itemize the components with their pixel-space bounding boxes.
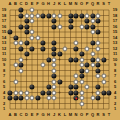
right-coordinate-label: 2 [114,102,116,106]
top-coordinate-label: D [25,2,28,6]
bottom-coordinate-label: K [58,113,61,117]
bottom-coordinate-label: H [47,113,50,117]
top-coordinate-label: C [20,2,23,6]
right-coordinate-label: 19 [113,8,117,12]
left-coordinate-label: 7 [3,74,5,78]
bottom-coordinate-label: R [97,113,100,117]
top-coordinate-label: S [102,2,105,6]
right-coordinate-label: 4 [114,91,116,95]
bottom-coordinate-label: C [20,113,23,117]
star-point [26,59,28,61]
top-coordinate-label: N [75,2,78,6]
last-move-marker [75,97,77,99]
bottom-coordinate-label: T [108,113,110,117]
star-point [92,92,94,94]
bottom-coordinate-label: Q [91,113,94,117]
left-coordinate-label: 9 [3,63,5,67]
left-coordinate-label: 8 [3,69,5,73]
bottom-coordinate-label: L [64,113,66,117]
left-coordinate-label: 6 [3,80,5,84]
right-coordinate-label: 17 [113,19,117,23]
bottom-coordinate-label: F [36,113,38,117]
top-coordinate-label: G [41,2,44,6]
top-coordinate-label: L [64,2,66,6]
left-coordinate-label: 1 [3,107,5,111]
left-coordinate-label: 11 [2,52,6,56]
left-coordinate-label: 18 [2,14,6,18]
right-coordinate-label: 11 [113,52,117,56]
right-coordinate-label: 10 [113,58,117,62]
left-coordinate-label: 14 [2,36,6,40]
left-coordinate-label: 17 [2,19,6,23]
left-coordinate-label: 10 [2,58,6,62]
right-coordinate-label: 7 [114,74,116,78]
bottom-coordinate-label: A [9,113,12,117]
left-coordinate-label: 4 [3,91,5,95]
left-coordinate-label: 12 [2,47,6,51]
top-coordinate-label: P [86,2,89,6]
top-coordinate-label: K [58,2,61,6]
bottom-coordinate-label: G [41,113,44,117]
top-coordinate-label: F [36,2,38,6]
top-coordinate-label: Q [91,2,94,6]
top-coordinate-label: H [47,2,50,6]
bottom-coordinate-label: B [14,113,17,117]
bottom-coordinate-label: E [31,113,34,117]
bottom-coordinate-label: P [86,113,89,117]
bottom-coordinate-label: O [80,113,83,117]
right-coordinate-label: 16 [113,25,117,29]
bottom-coordinate-label: D [25,113,28,117]
right-coordinate-label: 14 [113,36,117,40]
right-coordinate-label: 1 [114,107,116,111]
bottom-coordinate-label: N [75,113,78,117]
bottom-coordinate-label: M [69,113,72,117]
right-coordinate-label: 6 [114,80,116,84]
right-coordinate-label: 9 [114,63,116,67]
right-coordinate-label: 18 [113,14,117,18]
star-point [59,92,61,94]
right-coordinate-label: 13 [113,41,117,45]
right-coordinate-label: 5 [114,85,116,89]
top-coordinate-label: R [97,2,100,6]
star-point [59,59,61,61]
top-coordinate-label: M [69,2,72,6]
left-coordinate-label: 2 [3,102,5,106]
right-coordinate-label: 12 [113,47,117,51]
top-coordinate-label: E [31,2,34,6]
bottom-coordinate-label: J [53,113,55,117]
go-board[interactable]: AABBCCDDEEFFGGHHJJKKLLMMNNOOPPQQRRSSTT19… [0,0,120,120]
left-coordinate-label: 13 [2,41,6,45]
bottom-coordinate-label: S [102,113,105,117]
left-coordinate-label: 16 [2,25,6,29]
top-coordinate-label: B [14,2,17,6]
right-coordinate-label: 8 [114,69,116,73]
top-coordinate-label: A [9,2,12,6]
left-coordinate-label: 3 [3,96,5,100]
left-coordinate-label: 19 [2,8,6,12]
left-coordinate-label: 5 [3,85,5,89]
top-coordinate-label: T [108,2,110,6]
top-coordinate-label: J [53,2,55,6]
right-coordinate-label: 15 [113,30,117,34]
right-coordinate-label: 3 [114,96,116,100]
left-coordinate-label: 15 [2,30,6,34]
top-coordinate-label: O [80,2,83,6]
